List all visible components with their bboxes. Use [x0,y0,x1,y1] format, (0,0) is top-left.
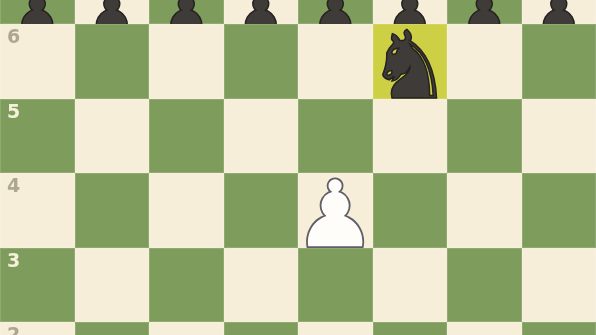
square-d5[interactable] [224,99,299,174]
square-f5[interactable] [373,99,448,174]
square-f2[interactable] [373,322,448,335]
square-e6[interactable] [298,24,373,99]
square-f6[interactable]: ♞ [373,24,448,99]
rank-label-4: 4 [7,176,20,195]
square-c2[interactable] [149,322,224,335]
black-pawn-e7[interactable]: ♟ [298,0,373,24]
square-d4[interactable] [224,173,299,248]
square-e2[interactable] [298,322,373,335]
square-h6[interactable] [522,24,596,99]
square-h4[interactable] [522,173,596,248]
square-g5[interactable] [447,99,522,174]
square-a6[interactable]: 6 [0,24,75,99]
square-f4[interactable] [373,173,448,248]
square-c3[interactable] [149,248,224,323]
square-b7[interactable]: ♟ [75,0,150,24]
square-g3[interactable] [447,248,522,323]
square-a7[interactable]: ♟ [0,0,75,24]
square-h7[interactable]: ♟ [522,0,596,24]
square-f3[interactable] [373,248,448,323]
black-pawn-f7[interactable]: ♟ [373,0,448,24]
square-c6[interactable] [149,24,224,99]
square-b3[interactable] [75,248,150,323]
square-c7[interactable]: ♟ [149,0,224,24]
square-g2[interactable] [447,322,522,335]
square-b2[interactable] [75,322,150,335]
square-e4[interactable]: ♟ [298,173,373,248]
square-a5[interactable]: 5 [0,99,75,174]
square-e5[interactable] [298,99,373,174]
square-g7[interactable]: ♟ [447,0,522,24]
black-pawn-c7[interactable]: ♟ [149,0,224,24]
square-d6[interactable] [224,24,299,99]
rank-label-3: 3 [7,251,20,270]
square-h5[interactable] [522,99,596,174]
square-h3[interactable] [522,248,596,323]
black-pawn-b7[interactable]: ♟ [75,0,150,24]
square-d7[interactable]: ♟ [224,0,299,24]
square-a3[interactable]: 3 [0,248,75,323]
square-b6[interactable] [75,24,150,99]
square-c4[interactable] [149,173,224,248]
white-pawn-e4[interactable]: ♟ [298,178,373,248]
square-a2[interactable]: 2 [0,322,75,335]
square-f7[interactable]: ♟ [373,0,448,24]
black-pawn-h7[interactable]: ♟ [522,0,596,24]
black-pawn-g7[interactable]: ♟ [447,0,522,24]
square-b4[interactable] [75,173,150,248]
rank-label-2: 2 [7,325,20,335]
black-pawn-a7[interactable]: ♟ [0,0,75,24]
square-a4[interactable]: 4 [0,173,75,248]
rank-label-5: 5 [7,102,20,121]
square-e7[interactable]: ♟ [298,0,373,24]
square-d2[interactable] [224,322,299,335]
black-pawn-d7[interactable]: ♟ [224,0,299,24]
square-g6[interactable] [447,24,522,99]
square-e3[interactable] [298,248,373,323]
square-d3[interactable] [224,248,299,323]
square-c5[interactable] [149,99,224,174]
black-knight-f6[interactable]: ♞ [373,29,448,99]
chess-board: ♟♟♟♟♟♟♟♟6♞54♟32 [0,0,596,335]
square-g4[interactable] [447,173,522,248]
square-b5[interactable] [75,99,150,174]
rank-label-6: 6 [7,27,20,46]
square-h2[interactable] [522,322,596,335]
chess-board-viewport: ♟♟♟♟♟♟♟♟6♞54♟32 [0,0,596,335]
